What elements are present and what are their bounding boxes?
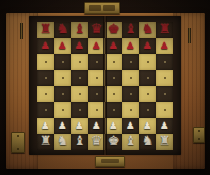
square-h1[interactable]: ♜ [156,134,173,150]
peg-hole [130,77,132,79]
square-a5[interactable] [37,70,54,86]
red-pawn[interactable]: ♟ [126,41,135,51]
peg-hole [164,61,166,63]
square-c4[interactable] [71,86,88,102]
hinge-slot-left-icon [20,23,23,39]
peg-hole [96,61,98,63]
square-c1[interactable]: ♝ [71,134,88,150]
peg-hole [147,77,149,79]
square-c3[interactable] [71,102,88,118]
red-knight[interactable]: ♞ [57,22,69,35]
peg-hole [79,61,81,63]
red-knight[interactable]: ♞ [142,22,154,35]
square-f4[interactable] [122,86,139,102]
peg-hole [96,109,98,111]
square-b1[interactable]: ♞ [54,134,71,150]
square-g1[interactable]: ♞ [139,134,156,150]
square-e8[interactable]: ♚ [105,22,122,38]
white-king[interactable]: ♚ [108,134,120,147]
red-pawn[interactable]: ♟ [160,41,169,51]
red-pawn[interactable]: ♟ [92,41,101,51]
square-e6[interactable] [105,54,122,70]
brass-clasp-bottom-icon [95,156,125,167]
square-a7[interactable]: ♟ [37,38,54,54]
peg-hole [79,109,81,111]
red-pawn[interactable]: ♟ [143,41,152,51]
square-g5[interactable] [139,70,156,86]
square-f1[interactable]: ♝ [122,134,139,150]
square-b8[interactable]: ♞ [54,22,71,38]
peg-hole [147,61,149,63]
square-h2[interactable]: ♟ [156,118,173,134]
peg-hole [62,77,64,79]
brass-hinge-right-icon [193,127,205,143]
red-pawn[interactable]: ♟ [41,41,50,51]
peg-hole [113,93,115,95]
square-h4[interactable] [156,86,173,102]
white-rook[interactable]: ♜ [40,134,52,147]
red-rook[interactable]: ♜ [159,22,171,35]
square-e5[interactable] [105,70,122,86]
square-e2[interactable]: ♟ [105,118,122,134]
white-knight[interactable]: ♞ [57,134,69,147]
white-knight[interactable]: ♞ [142,134,154,147]
square-c8[interactable]: ♝ [71,22,88,38]
square-a2[interactable]: ♟ [37,118,54,134]
square-h8[interactable]: ♜ [156,22,173,38]
square-e4[interactable] [105,86,122,102]
red-bishop[interactable]: ♝ [125,22,137,35]
red-queen[interactable]: ♛ [91,22,103,35]
peg-hole [164,109,166,111]
white-queen[interactable]: ♛ [91,134,103,147]
square-f5[interactable] [122,70,139,86]
peg-hole [164,77,166,79]
peg-hole [45,93,47,95]
square-g7[interactable]: ♟ [139,38,156,54]
square-e7[interactable]: ♟ [105,38,122,54]
square-a6[interactable] [37,54,54,70]
red-bishop[interactable]: ♝ [74,22,86,35]
square-a8[interactable]: ♜ [37,22,54,38]
square-g8[interactable]: ♞ [139,22,156,38]
square-b3[interactable] [54,102,71,118]
peg-hole [79,93,81,95]
red-pawn[interactable]: ♟ [109,41,118,51]
square-b7[interactable]: ♟ [54,38,71,54]
white-rook[interactable]: ♜ [159,134,171,147]
hinge-slot-right-icon [188,28,191,43]
square-c6[interactable] [71,54,88,70]
square-c5[interactable] [71,70,88,86]
peg-hole [147,93,149,95]
white-pawn[interactable]: ♟ [143,121,152,131]
square-e1[interactable]: ♚ [105,134,122,150]
square-a1[interactable]: ♜ [37,134,54,150]
square-a3[interactable] [37,102,54,118]
peg-hole [96,77,98,79]
square-c7[interactable]: ♟ [71,38,88,54]
square-c2[interactable]: ♟ [71,118,88,134]
white-pawn[interactable]: ♟ [92,121,101,131]
white-pawn[interactable]: ♟ [58,121,67,131]
red-king[interactable]: ♚ [108,22,120,35]
brass-hinge-left-icon [11,132,25,153]
square-g4[interactable] [139,86,156,102]
peg-hole [45,109,47,111]
peg-hole [62,61,64,63]
peg-hole [62,93,64,95]
square-e3[interactable] [105,102,122,118]
white-pawn[interactable]: ♟ [126,121,135,131]
red-rook[interactable]: ♜ [40,22,52,35]
square-b4[interactable] [54,86,71,102]
square-h7[interactable]: ♟ [156,38,173,54]
peg-hole [113,77,115,79]
square-f7[interactable]: ♟ [122,38,139,54]
square-b2[interactable]: ♟ [54,118,71,134]
square-a4[interactable] [37,86,54,102]
peg-hole [45,61,47,63]
square-f2[interactable]: ♟ [122,118,139,134]
square-h3[interactable] [156,102,173,118]
board-fold-seam [103,16,107,155]
square-g2[interactable]: ♟ [139,118,156,134]
square-f8[interactable]: ♝ [122,22,139,38]
square-g3[interactable] [139,102,156,118]
square-b5[interactable] [54,70,71,86]
peg-hole [79,77,81,79]
white-pawn[interactable]: ♟ [41,121,50,131]
white-bishop[interactable]: ♝ [125,134,137,147]
square-g6[interactable] [139,54,156,70]
peg-hole [147,109,149,111]
red-pawn[interactable]: ♟ [58,41,67,51]
red-pawn[interactable]: ♟ [75,41,84,51]
peg-hole [130,109,132,111]
peg-hole [130,93,132,95]
peg-hole [96,93,98,95]
white-bishop[interactable]: ♝ [74,134,86,147]
square-f3[interactable] [122,102,139,118]
white-pawn[interactable]: ♟ [109,121,118,131]
peg-hole [113,61,115,63]
square-h5[interactable] [156,70,173,86]
brass-clasp-top-icon [84,2,120,14]
white-pawn[interactable]: ♟ [160,121,169,131]
peg-hole [62,109,64,111]
square-f6[interactable] [122,54,139,70]
peg-hole [164,93,166,95]
square-b6[interactable] [54,54,71,70]
photo-background: ♜♞♝♛♚♝♞♜♟♟♟♟♟♟♟♟♟♟♟♟♟♟♟♟♜♞♝♛♚♝♞♜ [0,0,210,175]
peg-hole [113,109,115,111]
square-h6[interactable] [156,54,173,70]
peg-hole [130,61,132,63]
white-pawn[interactable]: ♟ [75,121,84,131]
peg-hole [45,77,47,79]
